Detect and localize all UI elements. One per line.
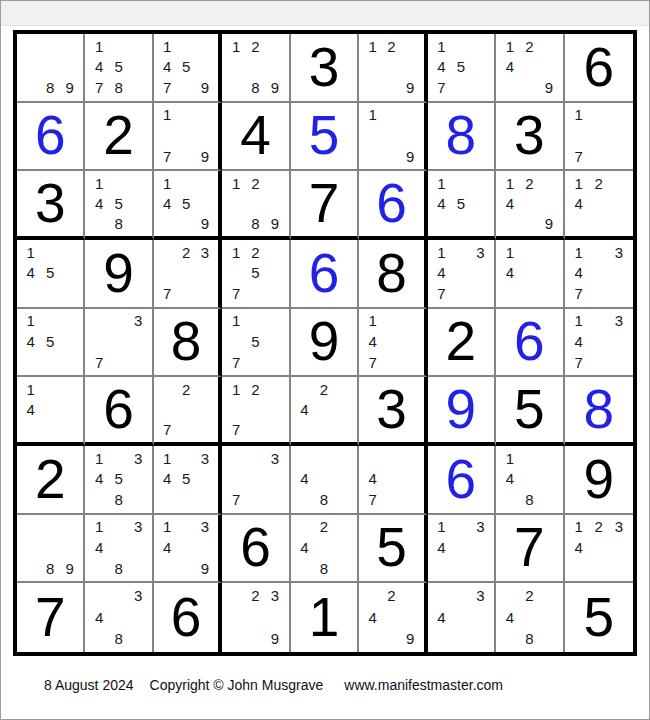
pencil-mark-4 (158, 125, 177, 146)
cell-r8c2[interactable]: 1348 (85, 515, 153, 584)
cell-r7c3[interactable]: 1345 (154, 446, 222, 515)
pencil-mark-9 (539, 283, 558, 304)
pencil-mark-8: 8 (109, 489, 128, 510)
pencil-mark-3 (128, 36, 147, 57)
pencil-mark-6 (60, 537, 79, 558)
pencil-mark-5 (177, 537, 196, 558)
given-digit: 2 (17, 446, 83, 513)
pencil-mark-9: 9 (196, 77, 215, 98)
pencil-mark-5: 5 (109, 193, 128, 213)
pencil-mark-9 (539, 628, 558, 649)
pencil-mark-6 (334, 537, 353, 558)
cell-r9c8[interactable]: 248 (496, 583, 564, 652)
pencil-marks: 17 (565, 103, 633, 170)
cell-r7c5[interactable]: 48 (291, 446, 359, 515)
pencil-mark-4: 4 (295, 469, 314, 490)
cell-r9c7[interactable]: 34 (428, 583, 496, 652)
pencil-mark-7 (500, 628, 519, 649)
pencil-mark-1 (363, 448, 382, 469)
cell-r5c6[interactable]: 147 (359, 309, 427, 378)
cell-r6c5[interactable]: 24 (291, 377, 359, 446)
pencil-mark-4: 4 (569, 263, 589, 284)
pencil-mark-3 (539, 36, 558, 57)
pencil-mark-8: 8 (314, 489, 333, 510)
cell-r5c4[interactable]: 157 (222, 309, 290, 378)
given-digit: 7 (17, 583, 83, 652)
pencil-mark-4: 4 (500, 607, 519, 628)
given-digit: 8 (359, 240, 423, 307)
pencil-marks: 1459 (154, 171, 218, 236)
cell-r8c1[interactable]: 89 (17, 515, 85, 584)
pencil-mark-1 (295, 517, 314, 538)
pencil-mark-1: 1 (226, 379, 245, 399)
cell-r2c2[interactable]: 2 (85, 103, 153, 172)
pencil-mark-8: 8 (40, 558, 59, 579)
pencil-mark-7: 7 (432, 77, 451, 98)
pencil-mark-4: 4 (432, 57, 451, 78)
cell-r1c9[interactable]: 6 (565, 34, 633, 103)
given-digit: 5 (496, 377, 562, 442)
pencil-mark-5: 5 (451, 193, 470, 213)
given-digit: 6 (154, 583, 218, 652)
pencil-mark-4: 4 (158, 469, 177, 490)
pencil-mark-7 (21, 77, 40, 98)
pencil-mark-3 (60, 517, 79, 538)
pencil-marks: 145 (428, 171, 494, 236)
pencil-mark-7 (295, 419, 314, 439)
pencil-mark-3: 3 (471, 585, 490, 606)
pencil-mark-8 (382, 489, 401, 510)
pencil-marks: 1345 (154, 446, 218, 513)
given-digit: 3 (359, 377, 423, 442)
pencil-mark-8 (246, 352, 265, 373)
pencil-mark-8 (40, 283, 59, 304)
cell-r3c2[interactable]: 1458 (85, 171, 153, 240)
pencil-mark-1 (295, 448, 314, 469)
pencil-mark-2 (177, 36, 196, 57)
cell-r8c5[interactable]: 248 (291, 515, 359, 584)
cell-r9c5[interactable]: 1 (291, 583, 359, 652)
given-digit: 6 (565, 34, 633, 101)
cell-r4c2[interactable]: 9 (85, 240, 153, 309)
pencil-mark-2: 2 (314, 379, 333, 399)
pencil-marks: 127 (222, 377, 288, 442)
cell-r3c4[interactable]: 1289 (222, 171, 290, 240)
cell-r4c9[interactable]: 1347 (565, 240, 633, 309)
pencil-mark-6 (196, 263, 215, 284)
cell-r8c8[interactable]: 7 (496, 515, 564, 584)
pencil-mark-7 (363, 146, 382, 167)
cell-r1c2[interactable]: 14578 (85, 34, 153, 103)
cell-r6c9[interactable]: 8 (565, 377, 633, 446)
pencil-mark-4 (158, 399, 177, 419)
cell-r6c3[interactable]: 27 (154, 377, 222, 446)
pencil-mark-9 (128, 77, 147, 98)
pencil-mark-9 (265, 352, 284, 373)
pencil-mark-6 (60, 331, 79, 352)
cell-r7c4[interactable]: 37 (222, 446, 290, 515)
pencil-mark-4 (226, 469, 245, 490)
cell-r8c4[interactable]: 6 (222, 515, 290, 584)
pencil-mark-9 (128, 628, 147, 649)
cell-r1c8[interactable]: 1249 (496, 34, 564, 103)
cell-r1c4[interactable]: 1289 (222, 34, 290, 103)
pencil-mark-6 (265, 331, 284, 352)
pencil-mark-1: 1 (21, 379, 40, 399)
pencil-mark-1: 1 (158, 36, 177, 57)
cell-r1c1[interactable]: 89 (17, 34, 85, 103)
cell-r4c4[interactable]: 1257 (222, 240, 290, 309)
given-digit: 9 (291, 309, 357, 376)
pencil-mark-9: 9 (401, 77, 420, 98)
pencil-mark-2 (109, 311, 128, 332)
pencil-mark-5 (382, 331, 401, 352)
pencil-mark-7: 7 (89, 352, 108, 373)
pencil-mark-3: 3 (609, 517, 629, 538)
pencil-mark-5: 5 (451, 57, 470, 78)
pencil-marks: 1249 (496, 171, 562, 236)
pencil-marks: 157 (222, 309, 288, 376)
cell-r6c4[interactable]: 127 (222, 377, 290, 446)
pencil-mark-3 (401, 105, 420, 126)
pencil-mark-6 (265, 399, 284, 419)
pencil-marks: 1289 (222, 34, 288, 101)
pencil-mark-3: 3 (196, 517, 215, 538)
pencil-mark-6 (60, 263, 79, 284)
pencil-mark-4: 4 (89, 57, 108, 78)
pencil-mark-8 (177, 146, 196, 167)
pencil-mark-2 (109, 585, 128, 606)
pencil-mark-9 (401, 489, 420, 510)
cell-r9c9[interactable]: 5 (565, 583, 633, 652)
pencil-mark-5 (40, 57, 59, 78)
pencil-mark-3: 3 (128, 517, 147, 538)
cell-r7c8[interactable]: 148 (496, 446, 564, 515)
pencil-mark-7 (432, 628, 451, 649)
pencil-mark-9 (609, 558, 629, 579)
pencil-mark-6 (334, 469, 353, 490)
pencil-mark-1: 1 (21, 311, 40, 332)
pencil-mark-7 (432, 558, 451, 579)
pencil-mark-1: 1 (226, 311, 245, 332)
cell-r5c3[interactable]: 8 (154, 309, 222, 378)
pencil-mark-7 (500, 283, 519, 304)
pencil-mark-1: 1 (569, 242, 589, 263)
given-digit: 3 (291, 34, 357, 101)
pencil-mark-2: 2 (314, 517, 333, 538)
pencil-mark-9: 9 (265, 213, 284, 233)
pencil-mark-4 (89, 331, 108, 352)
pencil-mark-9 (334, 489, 353, 510)
pencil-mark-2: 2 (246, 585, 265, 606)
given-digit: 1 (291, 583, 357, 652)
cell-r3c3[interactable]: 1459 (154, 171, 222, 240)
pencil-marks: 47 (359, 446, 423, 513)
pencil-mark-4: 4 (21, 331, 40, 352)
pencil-marks: 179 (154, 103, 218, 170)
pencil-mark-4: 4 (21, 263, 40, 284)
pencil-mark-1 (158, 242, 177, 263)
pencil-mark-4: 4 (500, 57, 519, 78)
pencil-mark-5 (246, 607, 265, 628)
pencil-mark-4 (569, 125, 589, 146)
pencil-mark-4: 4 (432, 263, 451, 284)
pencil-mark-7 (21, 283, 40, 304)
pencil-mark-9 (60, 352, 79, 373)
pencil-mark-5 (520, 469, 539, 490)
cell-r5c9[interactable]: 1347 (565, 309, 633, 378)
pencil-mark-4 (158, 263, 177, 284)
cell-r4c1[interactable]: 145 (17, 240, 85, 309)
solved-digit: 9 (428, 377, 494, 442)
footer-website: www.manifestmaster.com (344, 677, 503, 693)
cell-r8c3[interactable]: 1349 (154, 515, 222, 584)
cell-r4c5[interactable]: 6 (291, 240, 359, 309)
pencil-mark-8 (40, 352, 59, 373)
cell-r8c7[interactable]: 134 (428, 515, 496, 584)
pencil-mark-3 (265, 173, 284, 193)
pencil-mark-9 (471, 628, 490, 649)
pencil-mark-4: 4 (295, 399, 314, 419)
pencil-mark-6 (196, 469, 215, 490)
pencil-marks: 24 (291, 377, 357, 442)
pencil-mark-6 (196, 193, 215, 213)
cell-r2c4[interactable]: 4 (222, 103, 290, 172)
cell-r5c5[interactable]: 9 (291, 309, 359, 378)
cell-r6c8[interactable]: 5 (496, 377, 564, 446)
pencil-mark-9 (471, 283, 490, 304)
pencil-mark-4: 4 (158, 57, 177, 78)
pencil-mark-9 (128, 352, 147, 373)
pencil-mark-1 (226, 448, 245, 469)
pencil-mark-5 (40, 537, 59, 558)
given-digit: 8 (154, 309, 218, 376)
pencil-mark-5 (382, 125, 401, 146)
pencil-mark-2: 2 (589, 173, 609, 193)
cell-r1c5[interactable]: 3 (291, 34, 359, 103)
cell-r9c3[interactable]: 6 (154, 583, 222, 652)
cell-r3c6[interactable]: 6 (359, 171, 427, 240)
cell-r3c1[interactable]: 3 (17, 171, 85, 240)
pencil-mark-5 (314, 469, 333, 490)
pencil-mark-5 (314, 537, 333, 558)
cell-r1c7[interactable]: 1457 (428, 34, 496, 103)
pencil-mark-2 (109, 517, 128, 538)
pencil-mark-1 (89, 585, 108, 606)
pencil-mark-3 (401, 448, 420, 469)
pencil-mark-3: 3 (609, 242, 629, 263)
pencil-mark-4 (226, 399, 245, 419)
pencil-mark-2 (451, 585, 470, 606)
pencil-mark-8 (451, 213, 470, 233)
pencil-mark-7 (500, 489, 519, 510)
pencil-mark-9 (60, 283, 79, 304)
solved-digit: 5 (291, 103, 357, 170)
cell-r7c9[interactable]: 9 (565, 446, 633, 515)
pencil-mark-5: 5 (177, 469, 196, 490)
pencil-marks: 1257 (222, 240, 288, 307)
pencil-mark-5 (589, 537, 609, 558)
given-digit: 7 (496, 515, 562, 582)
pencil-mark-4: 4 (432, 537, 451, 558)
cell-r6c6[interactable]: 3 (359, 377, 427, 446)
pencil-mark-7: 7 (363, 489, 382, 510)
cell-r3c5[interactable]: 7 (291, 171, 359, 240)
footer-copyright: Copyright © John Musgrave (150, 677, 324, 693)
pencil-marks: 14578 (85, 34, 151, 101)
cell-r7c1[interactable]: 2 (17, 446, 85, 515)
pencil-mark-3 (539, 173, 558, 193)
pencil-mark-6 (265, 469, 284, 490)
pencil-mark-9 (609, 352, 629, 373)
cell-r7c7[interactable]: 6 (428, 446, 496, 515)
cell-r8c9[interactable]: 1234 (565, 515, 633, 584)
pencil-mark-3: 3 (128, 311, 147, 332)
pencil-mark-2 (451, 517, 470, 538)
pencil-mark-7: 7 (226, 489, 245, 510)
pencil-mark-1: 1 (158, 173, 177, 193)
cell-r1c3[interactable]: 14579 (154, 34, 222, 103)
pencil-mark-5 (589, 125, 609, 146)
pencil-mark-6 (196, 125, 215, 146)
pencil-mark-8 (246, 628, 265, 649)
cell-r4c7[interactable]: 1347 (428, 240, 496, 309)
pencil-mark-8: 8 (109, 628, 128, 649)
cell-r5c1[interactable]: 145 (17, 309, 85, 378)
cell-r6c7[interactable]: 9 (428, 377, 496, 446)
pencil-mark-2 (314, 448, 333, 469)
cell-r5c2[interactable]: 37 (85, 309, 153, 378)
pencil-mark-7: 7 (569, 283, 589, 304)
cell-r9c2[interactable]: 348 (85, 583, 153, 652)
pencil-mark-2 (382, 311, 401, 332)
cell-r3c7[interactable]: 145 (428, 171, 496, 240)
pencil-mark-8: 8 (109, 77, 128, 98)
pencil-mark-6 (539, 57, 558, 78)
given-digit: 6 (85, 377, 151, 442)
pencil-mark-6 (539, 469, 558, 490)
pencil-mark-3 (265, 242, 284, 263)
pencil-mark-9 (265, 419, 284, 439)
pencil-mark-4: 4 (432, 607, 451, 628)
pencil-mark-1: 1 (226, 36, 245, 57)
pencil-mark-2: 2 (589, 517, 609, 538)
cell-r3c8[interactable]: 1249 (496, 171, 564, 240)
pencil-mark-2 (451, 36, 470, 57)
cell-r9c1[interactable]: 7 (17, 583, 85, 652)
pencil-mark-3 (265, 379, 284, 399)
pencil-mark-8: 8 (520, 628, 539, 649)
pencil-marks: 145 (17, 309, 83, 376)
cell-r4c6[interactable]: 8 (359, 240, 427, 309)
pencil-mark-5 (246, 469, 265, 490)
cell-r8c6[interactable]: 5 (359, 515, 427, 584)
pencil-mark-8: 8 (109, 213, 128, 233)
pencil-marks: 34 (428, 583, 494, 652)
cell-r7c6[interactable]: 47 (359, 446, 427, 515)
pencil-mark-8: 8 (520, 489, 539, 510)
pencil-marks: 14 (17, 377, 83, 442)
pencil-marks: 145 (17, 240, 83, 307)
pencil-mark-8: 8 (109, 558, 128, 579)
pencil-mark-3: 3 (471, 242, 490, 263)
pencil-mark-7: 7 (226, 283, 245, 304)
pencil-mark-7 (226, 213, 245, 233)
pencil-mark-4: 4 (500, 263, 519, 284)
cell-r2c3[interactable]: 179 (154, 103, 222, 172)
pencil-mark-9 (609, 283, 629, 304)
pencil-mark-5 (246, 193, 265, 213)
pencil-mark-6 (609, 193, 629, 213)
pencil-marks: 1347 (428, 240, 494, 307)
pencil-mark-8 (520, 213, 539, 233)
pencil-mark-2 (177, 173, 196, 193)
cell-r9c6[interactable]: 249 (359, 583, 427, 652)
pencil-mark-1: 1 (569, 173, 589, 193)
pencil-marks: 19 (359, 103, 423, 170)
cell-r1c6[interactable]: 129 (359, 34, 427, 103)
pencil-mark-8: 8 (314, 558, 333, 579)
cell-r5c8[interactable]: 6 (496, 309, 564, 378)
pencil-mark-7: 7 (158, 283, 177, 304)
given-digit: 3 (17, 171, 83, 236)
pencil-mark-8 (589, 352, 609, 373)
pencil-mark-4: 4 (569, 537, 589, 558)
pencil-mark-3 (334, 448, 353, 469)
cell-r2c1[interactable]: 6 (17, 103, 85, 172)
pencil-mark-3 (401, 585, 420, 606)
cell-r3c9[interactable]: 124 (565, 171, 633, 240)
cell-r2c8[interactable]: 3 (496, 103, 564, 172)
pencil-mark-2: 2 (246, 379, 265, 399)
pencil-mark-5 (314, 399, 333, 419)
pencil-mark-5 (177, 263, 196, 284)
cell-r6c2[interactable]: 6 (85, 377, 153, 446)
pencil-mark-6 (128, 331, 147, 352)
pencil-mark-2 (589, 311, 609, 332)
footer: 8 August 2024Copyright © John Musgraveww… (44, 677, 503, 693)
cell-r5c7[interactable]: 2 (428, 309, 496, 378)
pencil-marks: 37 (222, 446, 288, 513)
cell-r2c6[interactable]: 19 (359, 103, 427, 172)
pencil-mark-8 (589, 213, 609, 233)
solved-digit: 6 (17, 103, 83, 170)
cell-r6c1[interactable]: 14 (17, 377, 85, 446)
cell-r2c7[interactable]: 8 (428, 103, 496, 172)
cell-r4c8[interactable]: 14 (496, 240, 564, 309)
pencil-marks: 124 (565, 171, 633, 236)
pencil-mark-3: 3 (196, 242, 215, 263)
pencil-mark-6 (401, 57, 420, 78)
cell-r2c5[interactable]: 5 (291, 103, 359, 172)
pencil-mark-1: 1 (569, 517, 589, 538)
pencil-mark-6 (609, 331, 629, 352)
pencil-marks: 1249 (496, 34, 562, 101)
cell-r9c4[interactable]: 239 (222, 583, 290, 652)
pencil-mark-7 (89, 213, 108, 233)
cell-r4c3[interactable]: 237 (154, 240, 222, 309)
pencil-mark-9 (265, 489, 284, 510)
pencil-mark-6 (609, 263, 629, 284)
pencil-mark-7 (226, 77, 245, 98)
pencil-mark-3 (265, 36, 284, 57)
cell-r2c9[interactable]: 17 (565, 103, 633, 172)
pencil-mark-7 (569, 558, 589, 579)
cell-r7c2[interactable]: 13458 (85, 446, 153, 515)
pencil-mark-2: 2 (520, 36, 539, 57)
pencil-mark-5 (520, 193, 539, 213)
pencil-marks: 1347 (565, 240, 633, 307)
